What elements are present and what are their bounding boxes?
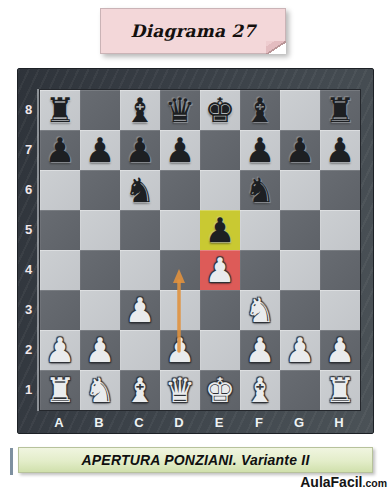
square-d3: [160, 290, 200, 330]
caption-text: APERTURA PONZIANI. Variante II: [82, 452, 310, 468]
square-b3: [80, 290, 120, 330]
square-h5: [320, 210, 360, 250]
square-h6: [320, 170, 360, 210]
square-a3: [40, 290, 80, 330]
piece-wB-c1: ♝: [120, 370, 160, 410]
file-label-e: E: [199, 409, 239, 435]
square-g6: [280, 170, 320, 210]
piece-wP-e4: ♟: [200, 250, 240, 290]
square-g5: [280, 210, 320, 250]
piece-wP-d2: ♟: [160, 330, 200, 370]
piece-wP-h2: ♟: [320, 330, 360, 370]
square-c5: [120, 210, 160, 250]
square-g7: ♟: [280, 130, 320, 170]
square-d1: ♛: [160, 370, 200, 410]
caption-bar: APERTURA PONZIANI. Variante II: [18, 447, 373, 473]
square-e3: [200, 290, 240, 330]
file-label-g: G: [279, 409, 319, 435]
piece-bP-b7: ♟: [80, 130, 120, 170]
file-label-b: B: [79, 409, 119, 435]
piece-bP-e5: ♟: [200, 210, 240, 250]
square-a8: ♜: [40, 90, 80, 130]
piece-wR-a1: ♜: [40, 370, 80, 410]
square-c2: [120, 330, 160, 370]
square-f4: [240, 250, 280, 290]
brand-tld: .com: [362, 477, 387, 489]
piece-bQ-d8: ♛: [160, 90, 200, 130]
square-c8: ♝: [120, 90, 160, 130]
square-g3: [280, 290, 320, 330]
square-g8: [280, 90, 320, 130]
board-squares: ♜♝♛♚♝♜♟♟♟♟♟♟♟♞♞♟♟♟♞♟♟♟♟♟♟♜♞♝♛♚♝♜: [39, 89, 361, 411]
square-h1: ♜: [320, 370, 360, 410]
square-f3: ♞: [240, 290, 280, 330]
rank-label-7: 7: [18, 129, 39, 169]
square-a5: [40, 210, 80, 250]
square-b6: [80, 170, 120, 210]
piece-bP-d7: ♟: [160, 130, 200, 170]
square-a2: ♟: [40, 330, 80, 370]
square-d4: [160, 250, 200, 290]
file-label-f: F: [239, 409, 279, 435]
square-a6: [40, 170, 80, 210]
square-d7: ♟: [160, 130, 200, 170]
square-h2: ♟: [320, 330, 360, 370]
rank-label-4: 4: [18, 249, 39, 289]
square-f7: ♟: [240, 130, 280, 170]
rank-label-5: 5: [18, 209, 39, 249]
piece-bN-f6: ♞: [240, 170, 280, 210]
square-h8: ♜: [320, 90, 360, 130]
square-e8: ♚: [200, 90, 240, 130]
piece-wB-f1: ♝: [240, 370, 280, 410]
piece-bB-f8: ♝: [240, 90, 280, 130]
square-b4: [80, 250, 120, 290]
square-f5: [240, 210, 280, 250]
square-e6: [200, 170, 240, 210]
square-g1: [280, 370, 320, 410]
piece-wQ-d1: ♛: [160, 370, 200, 410]
file-label-c: C: [119, 409, 159, 435]
piece-bB-c8: ♝: [120, 90, 160, 130]
piece-wK-e1: ♚: [200, 370, 240, 410]
note-fold-corner: [266, 41, 286, 54]
page-title: Diagrama 27: [131, 21, 256, 41]
square-g2: ♟: [280, 330, 320, 370]
square-b7: ♟: [80, 130, 120, 170]
square-c1: ♝: [120, 370, 160, 410]
square-a4: [40, 250, 80, 290]
piece-bR-h8: ♜: [320, 90, 360, 130]
piece-wN-b1: ♞: [80, 370, 120, 410]
square-b1: ♞: [80, 370, 120, 410]
square-h4: [320, 250, 360, 290]
piece-bP-h7: ♟: [320, 130, 360, 170]
piece-bP-c7: ♟: [120, 130, 160, 170]
square-e2: [200, 330, 240, 370]
square-b2: ♟: [80, 330, 120, 370]
watermark: AulaFacil.com: [300, 473, 387, 491]
piece-bN-c6: ♞: [120, 170, 160, 210]
piece-wR-h1: ♜: [320, 370, 360, 410]
rank-label-3: 3: [18, 289, 39, 329]
title-note: Diagrama 27: [100, 8, 286, 54]
quote-bar: [10, 448, 13, 475]
square-e7: [200, 130, 240, 170]
piece-wP-b2: ♟: [80, 330, 120, 370]
file-labels: ABCDEFGH: [39, 409, 359, 435]
square-e5: ♟: [200, 210, 240, 250]
square-c7: ♟: [120, 130, 160, 170]
square-b5: [80, 210, 120, 250]
square-c3: ♟: [120, 290, 160, 330]
rank-label-6: 6: [18, 169, 39, 209]
file-label-h: H: [319, 409, 359, 435]
piece-wN-f3: ♞: [240, 290, 280, 330]
rank-label-1: 1: [18, 369, 39, 409]
square-d2: ♟: [160, 330, 200, 370]
square-e1: ♚: [200, 370, 240, 410]
square-h7: ♟: [320, 130, 360, 170]
square-f1: ♝: [240, 370, 280, 410]
square-c6: ♞: [120, 170, 160, 210]
piece-wP-f2: ♟: [240, 330, 280, 370]
brand-name: AulaFacil: [300, 474, 362, 490]
piece-wP-c3: ♟: [120, 290, 160, 330]
rank-labels: 87654321: [18, 89, 39, 409]
square-b8: [80, 90, 120, 130]
square-c4: [120, 250, 160, 290]
square-d5: [160, 210, 200, 250]
piece-bP-g7: ♟: [280, 130, 320, 170]
piece-bP-a7: ♟: [40, 130, 80, 170]
square-f6: ♞: [240, 170, 280, 210]
piece-wP-g2: ♟: [280, 330, 320, 370]
file-label-d: D: [159, 409, 199, 435]
square-f2: ♟: [240, 330, 280, 370]
square-a1: ♜: [40, 370, 80, 410]
rank-label-8: 8: [18, 89, 39, 129]
rank-label-2: 2: [18, 329, 39, 369]
square-f8: ♝: [240, 90, 280, 130]
piece-bR-a8: ♜: [40, 90, 80, 130]
square-d8: ♛: [160, 90, 200, 130]
square-h3: [320, 290, 360, 330]
piece-wP-a2: ♟: [40, 330, 80, 370]
square-a7: ♟: [40, 130, 80, 170]
chess-board: 87654321 ♜♝♛♚♝♜♟♟♟♟♟♟♟♞♞♟♟♟♞♟♟♟♟♟♟♜♞♝♛♚♝…: [17, 68, 374, 434]
square-d6: [160, 170, 200, 210]
piece-bP-f7: ♟: [240, 130, 280, 170]
square-e4: ♟: [200, 250, 240, 290]
square-g4: [280, 250, 320, 290]
piece-bK-e8: ♚: [200, 90, 240, 130]
file-label-a: A: [39, 409, 79, 435]
